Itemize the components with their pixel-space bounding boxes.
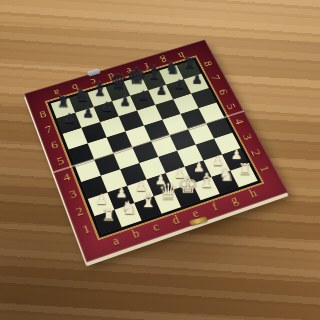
- white-pawn-a2[interactable]: ♟: [96, 192, 108, 206]
- black-pawn-c7[interactable]: ♟: [101, 100, 112, 113]
- black-pawn-a7[interactable]: ♟: [64, 112, 76, 125]
- black-pawn-f7[interactable]: ♟: [156, 83, 167, 96]
- white-knight-b1[interactable]: ♞: [121, 199, 137, 217]
- black-bishop-f8[interactable]: ♝: [146, 63, 162, 81]
- black-pawn-h7[interactable]: ♟: [191, 72, 202, 84]
- black-knight-b8[interactable]: ♞: [75, 87, 90, 104]
- black-rook-h8[interactable]: ♜: [183, 57, 196, 71]
- black-pawn-b7[interactable]: ♟: [82, 106, 93, 119]
- black-pawn-d7[interactable]: ♟: [119, 95, 130, 108]
- black-king-e8[interactable]: ♚: [127, 66, 146, 87]
- white-bishop-f1[interactable]: ♝: [198, 171, 216, 191]
- black-pawn-g7[interactable]: ♟: [174, 78, 185, 90]
- black-bishop-c8[interactable]: ♝: [92, 80, 108, 98]
- white-bishop-c1[interactable]: ♝: [140, 190, 158, 210]
- photo-backdrop: abcdefgh abcdefgh 87654321 87654321 ♜♞♝♛…: [0, 0, 320, 320]
- white-king-e1[interactable]: ♚: [177, 174, 198, 197]
- white-knight-g1[interactable]: ♞: [218, 166, 234, 184]
- white-rook-h1[interactable]: ♜: [238, 162, 252, 177]
- black-knight-g8[interactable]: ♞: [165, 60, 179, 76]
- black-rook-a8[interactable]: ♜: [57, 95, 70, 110]
- white-queen-d1[interactable]: ♛: [158, 181, 178, 203]
- black-pawn-e7[interactable]: ♟: [138, 89, 149, 102]
- white-rook-a1[interactable]: ♜: [101, 208, 115, 224]
- black-queen-d8[interactable]: ♛: [109, 72, 127, 92]
